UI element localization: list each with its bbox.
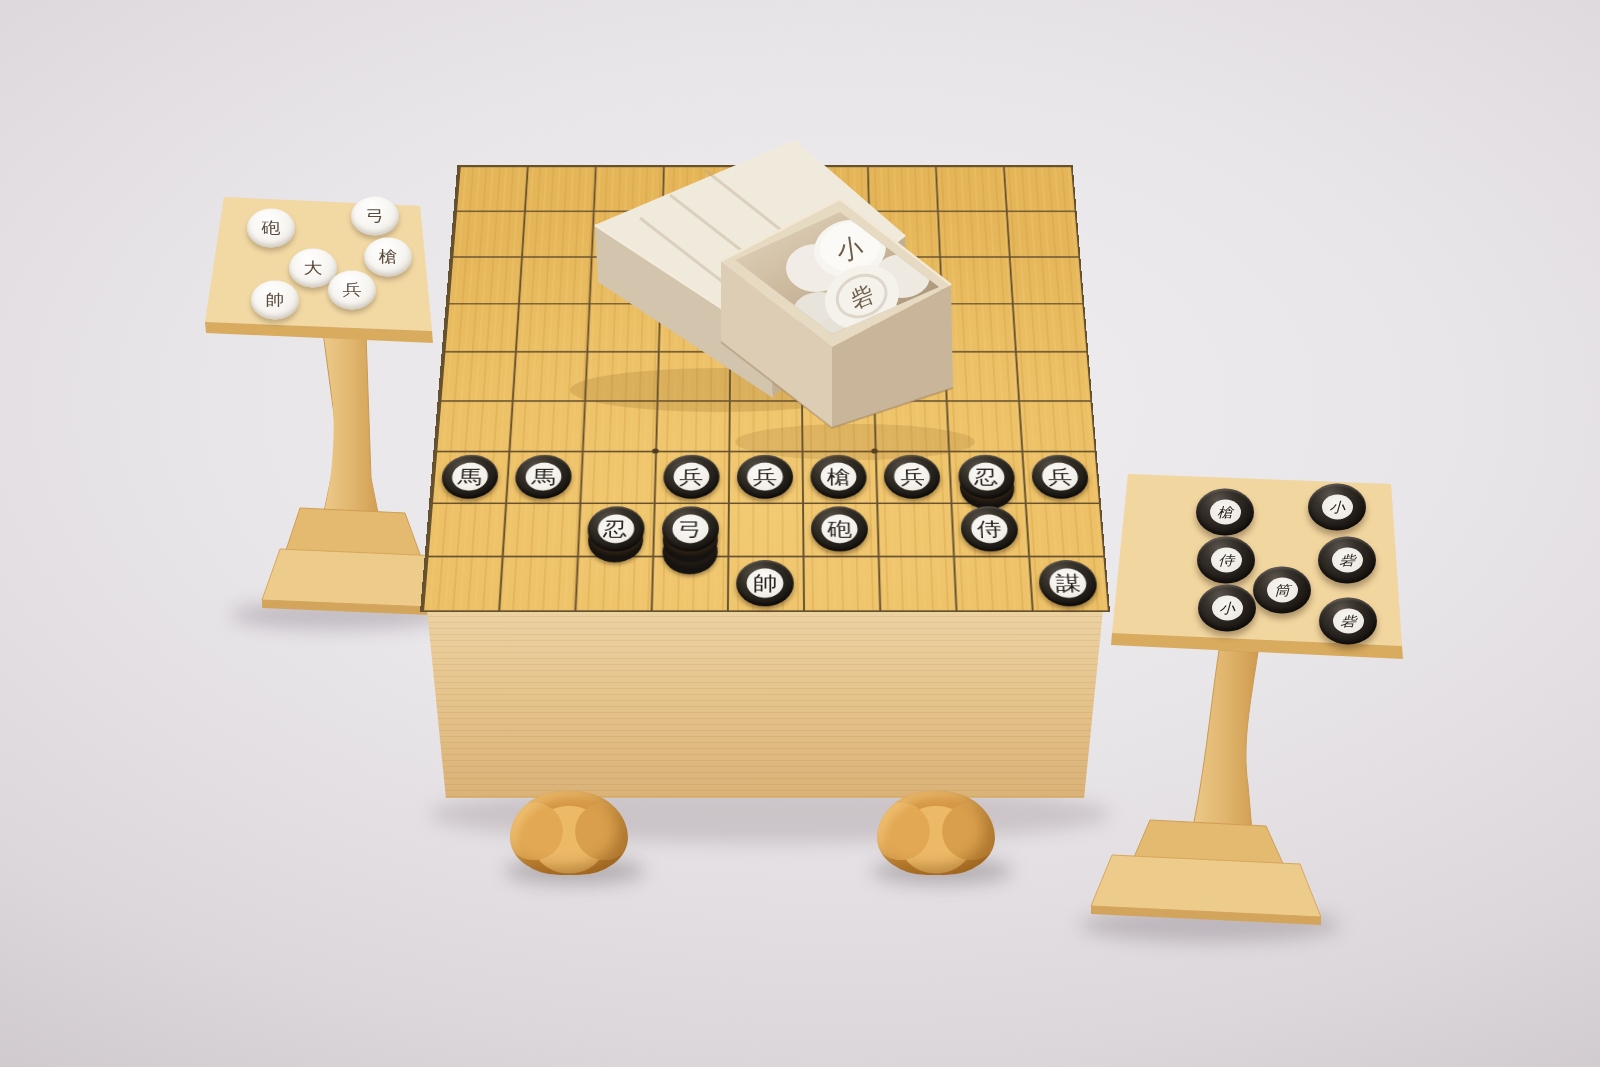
board-piece-r9c5[interactable]: 帥 bbox=[736, 560, 794, 606]
board-piece-r7c1[interactable]: 馬 bbox=[440, 455, 499, 499]
black-reserve-piece-tsutsu[interactable]: 筒 bbox=[1253, 567, 1311, 614]
piece-box: 小 砦 bbox=[520, 90, 980, 510]
piece-label: 砦 bbox=[1332, 548, 1363, 573]
board-piece-r8c8[interactable]: 侍 bbox=[960, 507, 1019, 552]
board-leg-right bbox=[877, 791, 995, 875]
piece-kanji: 小 bbox=[1329, 500, 1345, 514]
piece-kanji: 帥 bbox=[747, 568, 784, 598]
piece-label: 小 bbox=[1322, 495, 1353, 520]
gungi-photo-scene: 砲 弓 大 槍 兵 帥 馬 馬 兵 bbox=[0, 0, 1600, 1067]
board-piece-r8c6[interactable]: 砲 bbox=[811, 507, 869, 552]
box-contact-shadow bbox=[735, 424, 975, 460]
piece-kanji: 侍 bbox=[1218, 553, 1234, 567]
black-reserve-piece-samurai[interactable]: 侍 bbox=[1197, 537, 1255, 584]
black-reserve-piece-sho2[interactable]: 小 bbox=[1198, 585, 1256, 632]
piece-kanji: 砦 bbox=[1340, 614, 1356, 628]
piece-kanji: 槍 bbox=[1217, 505, 1233, 519]
black-reserve-piece-toride1[interactable]: 砦 bbox=[1318, 537, 1376, 584]
piece-label: 槍 bbox=[1210, 500, 1241, 525]
piece-kanji: 侍 bbox=[970, 515, 1008, 544]
box-piece-kanji: 小 bbox=[835, 232, 865, 265]
piece-label: 砦 bbox=[1333, 609, 1364, 634]
piece-label: 筒 bbox=[1267, 578, 1298, 603]
piece-label: 侍 bbox=[1211, 548, 1242, 573]
right-piece-stand bbox=[1080, 460, 1420, 940]
piece-kanji: 筒 bbox=[1274, 583, 1290, 597]
board-piece-r8c4-stack3[interactable]: 弓 bbox=[661, 507, 719, 552]
black-reserve-piece-yari[interactable]: 槍 bbox=[1196, 489, 1254, 536]
piece-kanji: 小 bbox=[1219, 601, 1235, 615]
board-front-face bbox=[427, 610, 1103, 800]
piece-kanji: 砦 bbox=[1339, 553, 1355, 567]
black-reserve-piece-sho1[interactable]: 小 bbox=[1308, 484, 1366, 531]
black-reserve-piece-toride2[interactable]: 砦 bbox=[1319, 598, 1377, 645]
board-piece-r8c3-stack2[interactable]: 忍 bbox=[586, 507, 644, 552]
board-leg-left bbox=[510, 791, 628, 875]
piece-label: 小 bbox=[1212, 596, 1243, 621]
piece-kanji: 砲 bbox=[821, 515, 858, 544]
